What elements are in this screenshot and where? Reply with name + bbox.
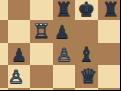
black-pawn-d7[interactable]: ♟ [51,20,74,43]
square-d8[interactable]: ♜ [53,0,76,20]
square-b4[interactable] [8,88,31,91]
square-c6[interactable] [30,43,53,66]
square-c5[interactable] [30,65,53,88]
square-a6[interactable] [0,43,8,66]
square-d5[interactable] [53,65,76,88]
black-pawn-b6[interactable]: ♟ [8,43,31,66]
square-f7[interactable] [98,20,121,43]
white-rook-c7[interactable]: ♖ [30,20,53,43]
square-c7[interactable]: ♖ [30,20,53,43]
chessboard-viewport: ♜♚♜♖♟♟♙♝♙♕ [0,0,120,90]
square-e7[interactable] [75,20,98,43]
square-f6[interactable] [98,43,121,66]
square-a8[interactable] [0,0,8,20]
square-a7[interactable] [0,20,8,43]
black-rook-d8[interactable]: ♜ [53,0,76,20]
square-f4[interactable] [98,88,121,91]
square-c8[interactable] [30,0,53,20]
white-pawn-b5[interactable]: ♙ [5,65,28,88]
chessboard: ♜♚♜♖♟♟♙♝♙♕ [0,0,120,90]
square-d7[interactable]: ♟ [53,20,76,43]
white-queen-e5[interactable]: ♕ [77,65,100,88]
black-king-e8[interactable]: ♚ [75,0,98,20]
black-rook-f8[interactable]: ♜ [100,0,121,20]
square-d6[interactable]: ♙ [53,43,76,66]
square-b6[interactable]: ♟ [8,43,31,66]
square-a4[interactable] [0,88,8,91]
square-e4[interactable] [75,88,98,91]
black-bishop-e6[interactable]: ♝ [75,43,98,66]
square-f5[interactable] [98,65,121,88]
square-b7[interactable] [8,20,31,43]
square-e8[interactable]: ♚ [75,0,98,20]
square-e6[interactable]: ♝ [75,43,98,66]
square-b5[interactable]: ♙ [8,65,31,88]
square-f8[interactable]: ♜ [98,0,121,20]
square-d4[interactable] [53,88,76,91]
square-b8[interactable] [8,0,31,20]
white-pawn-d6[interactable]: ♙ [53,43,76,66]
square-e5[interactable]: ♕ [75,65,98,88]
square-c4[interactable] [30,88,53,91]
